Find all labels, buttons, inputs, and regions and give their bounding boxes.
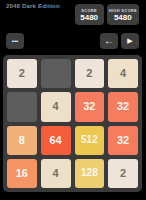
tile-2: 2: [108, 159, 138, 188]
tile-32: 32: [75, 92, 105, 121]
tile-128: 128: [75, 159, 105, 188]
tile-4: 4: [108, 59, 138, 88]
app-title: 2048 Dark Edition: [6, 3, 60, 9]
high-score-label: HIGH SCORE: [109, 8, 137, 13]
tile-4: 4: [41, 159, 71, 188]
tile-64: 64: [41, 126, 71, 155]
tile-16: 16: [7, 159, 37, 188]
score-label: SCORE: [81, 8, 97, 13]
tile-2: 2: [7, 59, 37, 88]
score-badge: SCORE 5480: [75, 4, 104, 25]
empty-cell: [7, 92, 37, 121]
tile-2: 2: [75, 59, 105, 88]
tile-4: 4: [41, 92, 71, 121]
left-arrow-icon: ←: [104, 36, 114, 46]
tile-8: 8: [7, 126, 37, 155]
high-score-badge: HIGH SCORE 5480: [107, 4, 139, 25]
play-icon: ▶: [127, 37, 132, 44]
undo-button[interactable]: ←: [100, 33, 118, 49]
board[interactable]: 22443232864512321641282: [3, 55, 142, 192]
toolbar: ••• ← ▶: [6, 32, 139, 49]
tile-512: 512: [75, 126, 105, 155]
high-score-value: 5480: [114, 14, 132, 22]
score-value: 5480: [80, 14, 98, 22]
tile-32: 32: [108, 92, 138, 121]
score-panel: SCORE 5480 HIGH SCORE 5480: [75, 4, 139, 25]
empty-cell: [41, 59, 71, 88]
menu-button[interactable]: •••: [6, 33, 24, 49]
ellipsis-icon: •••: [12, 38, 18, 44]
tile-32: 32: [108, 126, 138, 155]
play-button[interactable]: ▶: [121, 33, 139, 49]
